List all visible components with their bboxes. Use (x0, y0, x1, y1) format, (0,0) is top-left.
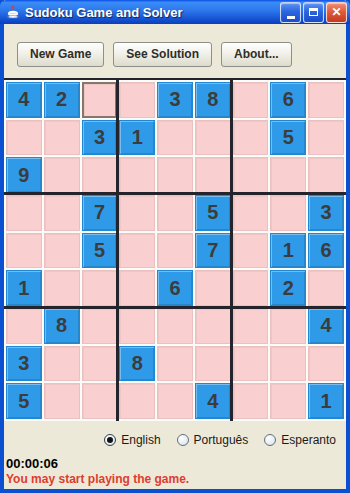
sudoku-cell-r1c3[interactable] (82, 82, 118, 118)
about-button[interactable]: About... (221, 42, 292, 67)
radio-english-label: English (121, 433, 160, 447)
sudoku-cell-r8c2[interactable] (44, 346, 80, 382)
sudoku-cell-r6c8: 2 (270, 270, 306, 306)
radio-esperanto-label: Esperanto (281, 433, 336, 447)
sudoku-cell-r9c5[interactable] (157, 383, 193, 419)
sudoku-cell-r5c9: 6 (308, 233, 344, 269)
sudoku-cell-r8c9[interactable] (308, 346, 344, 382)
sudoku-cell-r5c6: 7 (195, 233, 231, 269)
sudoku-cell-r4c4[interactable] (119, 195, 155, 231)
sudoku-cell-r5c3: 5 (82, 233, 118, 269)
sudoku-cell-r2c4: 1 (119, 120, 155, 156)
sudoku-cell-r7c3[interactable] (82, 308, 118, 344)
sudoku-cell-r7c1[interactable] (6, 308, 42, 344)
sudoku-cell-r6c7[interactable] (233, 270, 269, 306)
sudoku-cell-r2c9[interactable] (308, 120, 344, 156)
sudoku-cell-r4c7[interactable] (233, 195, 269, 231)
radio-portugues[interactable]: Português (177, 433, 249, 447)
sudoku-cell-r8c5[interactable] (157, 346, 193, 382)
sudoku-cell-r1c6: 8 (195, 82, 231, 118)
sudoku-cell-r9c7[interactable] (233, 383, 269, 419)
sudoku-cell-r4c5[interactable] (157, 195, 193, 231)
close-button[interactable]: ✕ (326, 2, 347, 23)
sudoku-cell-r6c9[interactable] (308, 270, 344, 306)
sudoku-cell-r4c8[interactable] (270, 195, 306, 231)
sudoku-cell-r8c6[interactable] (195, 346, 231, 382)
sudoku-cell-r7c8[interactable] (270, 308, 306, 344)
app-window: Sudoku Game and Solver ✕ New Game See So… (0, 0, 350, 493)
java-coffee-cup-icon (5, 4, 21, 20)
sudoku-cell-r1c5: 3 (157, 82, 193, 118)
sudoku-cell-r4c3: 7 (82, 195, 118, 231)
sudoku-cell-r9c2[interactable] (44, 383, 80, 419)
sudoku-cell-r6c3[interactable] (82, 270, 118, 306)
sudoku-cell-r3c2[interactable] (44, 157, 80, 193)
sudoku-cell-r7c7[interactable] (233, 308, 269, 344)
sudoku-cell-r3c7[interactable] (233, 157, 269, 193)
status-message: You may start playing the game. (4, 471, 346, 486)
see-solution-button[interactable]: See Solution (113, 42, 212, 67)
sudoku-cell-r4c6: 5 (195, 195, 231, 231)
sudoku-cell-r9c3[interactable] (82, 383, 118, 419)
language-selector: English Português Esperanto (4, 427, 346, 453)
sudoku-cell-r1c7[interactable] (233, 82, 269, 118)
sudoku-cell-r3c6[interactable] (195, 157, 231, 193)
new-game-button[interactable]: New Game (17, 42, 104, 67)
sudoku-cell-r6c2[interactable] (44, 270, 80, 306)
sudoku-cell-r1c8: 6 (270, 82, 306, 118)
sudoku-cell-r9c8[interactable] (270, 383, 306, 419)
minimize-icon (287, 16, 295, 19)
radio-esperanto[interactable]: Esperanto (264, 433, 336, 447)
sudoku-cell-r4c1[interactable] (6, 195, 42, 231)
sudoku-cell-r5c7[interactable] (233, 233, 269, 269)
sudoku-cell-r2c2[interactable] (44, 120, 80, 156)
sudoku-cell-r9c6: 4 (195, 383, 231, 419)
sudoku-cell-r6c6[interactable] (195, 270, 231, 306)
sudoku-cell-r5c2[interactable] (44, 233, 80, 269)
game-timer: 00:00:06 (4, 453, 346, 471)
sudoku-cell-r6c4[interactable] (119, 270, 155, 306)
sudoku-cell-r2c5[interactable] (157, 120, 193, 156)
sudoku-cell-r2c3: 3 (82, 120, 118, 156)
sudoku-board: 42386315975357161628438541 (4, 78, 346, 421)
radio-esperanto-icon (264, 434, 276, 446)
toolbar: New Game See Solution About... (4, 24, 346, 78)
minimize-button[interactable] (280, 2, 301, 23)
sudoku-cell-r7c2: 8 (44, 308, 80, 344)
sudoku-cell-r7c4[interactable] (119, 308, 155, 344)
radio-english-icon (104, 434, 116, 446)
sudoku-cell-r5c1[interactable] (6, 233, 42, 269)
sudoku-grid: 42386315975357161628438541 (4, 80, 346, 421)
sudoku-cell-r8c3[interactable] (82, 346, 118, 382)
sudoku-cell-r8c1: 3 (6, 346, 42, 382)
sudoku-cell-r9c4[interactable] (119, 383, 155, 419)
sudoku-cell-r3c9[interactable] (308, 157, 344, 193)
sudoku-cell-r8c4: 8 (119, 346, 155, 382)
sudoku-cell-r5c8: 1 (270, 233, 306, 269)
sudoku-cell-r6c1: 1 (6, 270, 42, 306)
sudoku-cell-r7c5[interactable] (157, 308, 193, 344)
maximize-icon (309, 8, 318, 16)
sudoku-cell-r2c1[interactable] (6, 120, 42, 156)
sudoku-cell-r3c5[interactable] (157, 157, 193, 193)
sudoku-cell-r1c2: 2 (44, 82, 80, 118)
window-title: Sudoku Game and Solver (25, 5, 280, 20)
sudoku-cell-r2c7[interactable] (233, 120, 269, 156)
maximize-button[interactable] (303, 2, 324, 23)
sudoku-cell-r8c7[interactable] (233, 346, 269, 382)
sudoku-cell-r1c1: 4 (6, 82, 42, 118)
radio-portugues-icon (177, 434, 189, 446)
title-bar[interactable]: Sudoku Game and Solver ✕ (0, 0, 350, 24)
sudoku-cell-r2c6[interactable] (195, 120, 231, 156)
sudoku-cell-r9c1: 5 (6, 383, 42, 419)
sudoku-cell-r6c5: 6 (157, 270, 193, 306)
sudoku-cell-r5c5[interactable] (157, 233, 193, 269)
radio-portugues-label: Português (194, 433, 249, 447)
sudoku-cell-r3c8[interactable] (270, 157, 306, 193)
sudoku-cell-r8c8[interactable] (270, 346, 306, 382)
radio-english[interactable]: English (104, 433, 160, 447)
sudoku-cell-r1c4[interactable] (119, 82, 155, 118)
sudoku-cell-r1c9[interactable] (308, 82, 344, 118)
sudoku-cell-r7c6[interactable] (195, 308, 231, 344)
sudoku-cell-r3c1: 9 (6, 157, 42, 193)
sudoku-cell-r2c8: 5 (270, 120, 306, 156)
sudoku-cell-r9c9: 1 (308, 383, 344, 419)
close-icon: ✕ (331, 5, 341, 19)
sudoku-cell-r5c4[interactable] (119, 233, 155, 269)
sudoku-cell-r4c9: 3 (308, 195, 344, 231)
sudoku-cell-r4c2[interactable] (44, 195, 80, 231)
sudoku-cell-r3c3[interactable] (82, 157, 118, 193)
sudoku-cell-r7c9: 4 (308, 308, 344, 344)
sudoku-cell-r3c4[interactable] (119, 157, 155, 193)
